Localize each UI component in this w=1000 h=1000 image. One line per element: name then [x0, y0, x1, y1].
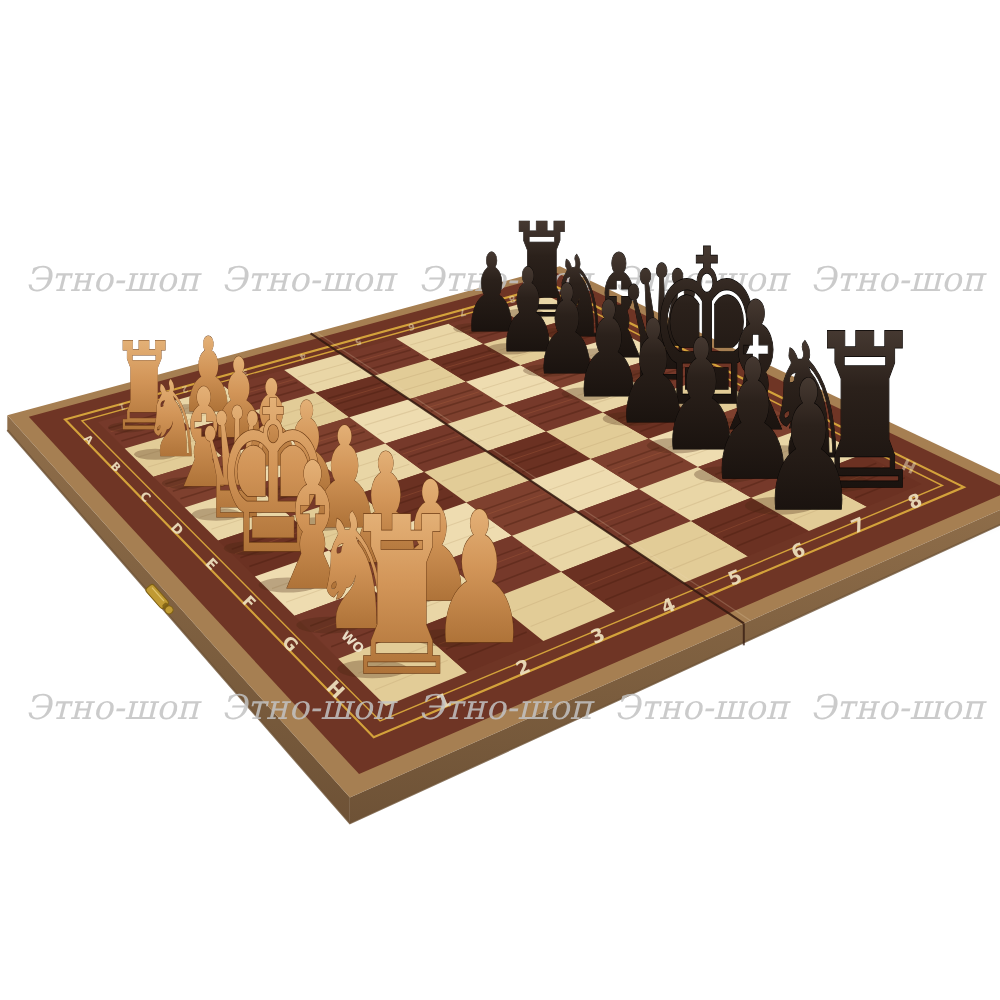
piece-black-pawn-h7[interactable]: ♟ — [759, 342, 859, 551]
watermark-text-r2c1: Этно-шоп — [25, 687, 203, 727]
piece-white-rook-h1[interactable]: ♜ — [341, 469, 462, 724]
watermark-text-r2c4: Этно-шоп — [614, 687, 792, 727]
chess-set-product-photo: AABBCCDDEEFFGGHH1122334455667788WO Этно-… — [0, 0, 1000, 1000]
chessboard-scene: AABBCCDDEEFFGGHH1122334455667788WO Этно-… — [0, 0, 1000, 1000]
watermark-text-r1c1: Этно-шоп — [25, 259, 203, 299]
watermark-text-r2c5: Этно-шоп — [810, 687, 988, 727]
watermark-text-r1c2: Этно-шоп — [221, 259, 399, 299]
